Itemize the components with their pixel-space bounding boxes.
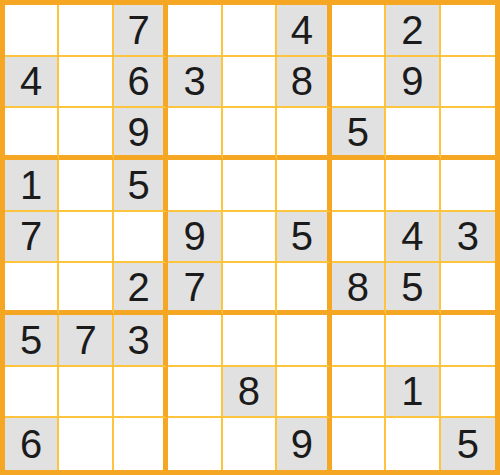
cell-r1c5[interactable]	[223, 5, 277, 57]
cell-r2c4[interactable]: 3	[168, 57, 222, 109]
cell-r6c6[interactable]	[277, 263, 331, 315]
cell-r3c2[interactable]	[59, 108, 113, 160]
cell-r9c8[interactable]	[386, 418, 440, 470]
cell-r5c8[interactable]: 4	[386, 212, 440, 264]
cell-r5c7[interactable]	[332, 212, 386, 264]
cell-r5c9[interactable]: 3	[441, 212, 495, 264]
cell-r2c2[interactable]	[59, 57, 113, 109]
cell-r4c2[interactable]	[59, 160, 113, 212]
cell-r1c6[interactable]: 4	[277, 5, 331, 57]
cell-r4c4[interactable]	[168, 160, 222, 212]
cell-r1c8[interactable]: 2	[386, 5, 440, 57]
cell-r9c2[interactable]	[59, 418, 113, 470]
cell-r3c5[interactable]	[223, 108, 277, 160]
cell-r2c6[interactable]: 8	[277, 57, 331, 109]
cell-r2c5[interactable]	[223, 57, 277, 109]
cell-r9c1[interactable]: 6	[5, 418, 59, 470]
cell-r9c6[interactable]: 9	[277, 418, 331, 470]
cell-r8c6[interactable]	[277, 367, 331, 419]
sudoku-board: 74246389951579543278557381695	[0, 0, 500, 475]
cell-r5c2[interactable]	[59, 212, 113, 264]
cell-r1c9[interactable]	[441, 5, 495, 57]
cell-r5c1[interactable]: 7	[5, 212, 59, 264]
cell-r2c3[interactable]: 6	[114, 57, 168, 109]
cell-r8c4[interactable]	[168, 367, 222, 419]
cell-r6c2[interactable]	[59, 263, 113, 315]
cell-r5c5[interactable]	[223, 212, 277, 264]
cell-r7c1[interactable]: 5	[5, 315, 59, 367]
cell-r3c3[interactable]: 9	[114, 108, 168, 160]
cell-r7c2[interactable]: 7	[59, 315, 113, 367]
cell-r6c9[interactable]	[441, 263, 495, 315]
cell-r6c8[interactable]: 5	[386, 263, 440, 315]
cell-r2c8[interactable]: 9	[386, 57, 440, 109]
cell-r8c5[interactable]: 8	[223, 367, 277, 419]
cell-r6c5[interactable]	[223, 263, 277, 315]
cell-r4c8[interactable]	[386, 160, 440, 212]
cell-r1c2[interactable]	[59, 5, 113, 57]
cell-r9c4[interactable]	[168, 418, 222, 470]
cell-r8c9[interactable]	[441, 367, 495, 419]
cell-r4c1[interactable]: 1	[5, 160, 59, 212]
cell-r6c7[interactable]: 8	[332, 263, 386, 315]
cell-r7c8[interactable]	[386, 315, 440, 367]
cell-r8c8[interactable]: 1	[386, 367, 440, 419]
cell-r7c7[interactable]	[332, 315, 386, 367]
cell-r6c1[interactable]	[5, 263, 59, 315]
cell-r9c3[interactable]	[114, 418, 168, 470]
cell-r3c8[interactable]	[386, 108, 440, 160]
cell-r1c4[interactable]	[168, 5, 222, 57]
cell-r3c7[interactable]: 5	[332, 108, 386, 160]
cell-r1c3[interactable]: 7	[114, 5, 168, 57]
cell-r6c4[interactable]: 7	[168, 263, 222, 315]
cell-r6c3[interactable]: 2	[114, 263, 168, 315]
cell-r4c5[interactable]	[223, 160, 277, 212]
cell-r4c9[interactable]	[441, 160, 495, 212]
cell-r8c7[interactable]	[332, 367, 386, 419]
cell-r7c9[interactable]	[441, 315, 495, 367]
cell-r1c1[interactable]	[5, 5, 59, 57]
cell-r4c6[interactable]	[277, 160, 331, 212]
cell-r3c4[interactable]	[168, 108, 222, 160]
cell-r5c4[interactable]: 9	[168, 212, 222, 264]
cell-r2c9[interactable]	[441, 57, 495, 109]
cell-r4c7[interactable]	[332, 160, 386, 212]
cell-r2c1[interactable]: 4	[5, 57, 59, 109]
cell-r7c6[interactable]	[277, 315, 331, 367]
cell-r1c7[interactable]	[332, 5, 386, 57]
cell-r7c5[interactable]	[223, 315, 277, 367]
cell-r2c7[interactable]	[332, 57, 386, 109]
cell-r9c9[interactable]: 5	[441, 418, 495, 470]
cell-r3c9[interactable]	[441, 108, 495, 160]
cell-r4c3[interactable]: 5	[114, 160, 168, 212]
cell-r7c3[interactable]: 3	[114, 315, 168, 367]
cell-r5c6[interactable]: 5	[277, 212, 331, 264]
cell-r7c4[interactable]	[168, 315, 222, 367]
cell-r8c2[interactable]	[59, 367, 113, 419]
cell-r9c7[interactable]	[332, 418, 386, 470]
cell-r8c3[interactable]	[114, 367, 168, 419]
cell-r3c1[interactable]	[5, 108, 59, 160]
cell-r9c5[interactable]	[223, 418, 277, 470]
cell-r3c6[interactable]	[277, 108, 331, 160]
cell-r5c3[interactable]	[114, 212, 168, 264]
cell-r8c1[interactable]	[5, 367, 59, 419]
